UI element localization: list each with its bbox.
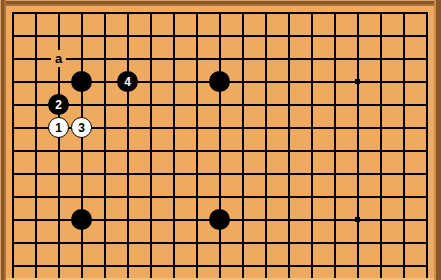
point-s9 <box>392 231 415 254</box>
point-p18 <box>323 24 346 47</box>
point-g13 <box>139 139 162 162</box>
point-h15 <box>162 93 185 116</box>
point-n14 <box>277 116 300 139</box>
point-h17 <box>162 47 185 70</box>
point-n17 <box>277 47 300 70</box>
point-q13 <box>346 139 369 162</box>
point-r9 <box>369 231 392 254</box>
point-b15 <box>24 93 47 116</box>
point-s8 <box>392 254 415 277</box>
point-f14 <box>116 116 139 139</box>
point-o15 <box>300 93 323 116</box>
point-e9 <box>93 231 116 254</box>
point-q12 <box>346 162 369 185</box>
point-k10 <box>208 208 231 231</box>
point-l14 <box>231 116 254 139</box>
point-b9 <box>24 231 47 254</box>
point-l13 <box>231 139 254 162</box>
point-s18 <box>392 24 415 47</box>
point-c13 <box>47 139 70 162</box>
point-k11 <box>208 185 231 208</box>
point-d15 <box>70 93 93 116</box>
point-d16 <box>70 70 93 93</box>
move-number: 4 <box>124 76 131 88</box>
point-h10 <box>162 208 185 231</box>
white-stone: 3 <box>71 117 92 138</box>
point-l12 <box>231 162 254 185</box>
point-d12 <box>70 162 93 185</box>
point-b13 <box>24 139 47 162</box>
point-l15 <box>231 93 254 116</box>
point-g11 <box>139 185 162 208</box>
point-r11 <box>369 185 392 208</box>
point-j18 <box>185 24 208 47</box>
point-g15 <box>139 93 162 116</box>
point-d8 <box>70 254 93 277</box>
point-l8 <box>231 254 254 277</box>
point-d17 <box>70 47 93 70</box>
point-k17 <box>208 47 231 70</box>
black-stone <box>71 71 92 92</box>
point-r14 <box>369 116 392 139</box>
point-q18 <box>346 24 369 47</box>
point-d11 <box>70 185 93 208</box>
move-number: 3 <box>78 122 85 134</box>
goban-grid: a4213 <box>1 1 438 280</box>
point-b16 <box>24 70 47 93</box>
point-c16 <box>47 70 70 93</box>
point-h8 <box>162 254 185 277</box>
point-p8 <box>323 254 346 277</box>
point-e16 <box>93 70 116 93</box>
point-n15 <box>277 93 300 116</box>
point-k12 <box>208 162 231 185</box>
point-p16 <box>323 70 346 93</box>
point-e18 <box>93 24 116 47</box>
point-s10 <box>392 208 415 231</box>
point-l16 <box>231 70 254 93</box>
point-c17: a <box>47 47 70 70</box>
point-c12 <box>47 162 70 185</box>
point-e10 <box>93 208 116 231</box>
point-b17 <box>24 47 47 70</box>
point-f17 <box>116 47 139 70</box>
point-e17 <box>93 47 116 70</box>
point-o18 <box>300 24 323 47</box>
black-stone <box>209 71 230 92</box>
point-h14 <box>162 116 185 139</box>
point-o14 <box>300 116 323 139</box>
point-r18 <box>369 24 392 47</box>
point-m11 <box>254 185 277 208</box>
point-e13 <box>93 139 116 162</box>
black-stone <box>209 209 230 230</box>
point-f13 <box>116 139 139 162</box>
point-g17 <box>139 47 162 70</box>
point-q17 <box>346 47 369 70</box>
point-c9 <box>47 231 70 254</box>
point-j10 <box>185 208 208 231</box>
point-r8 <box>369 254 392 277</box>
point-o17 <box>300 47 323 70</box>
point-g10 <box>139 208 162 231</box>
point-r10 <box>369 208 392 231</box>
point-c8 <box>47 254 70 277</box>
point-k18 <box>208 24 231 47</box>
point-j8 <box>185 254 208 277</box>
point-p12 <box>323 162 346 185</box>
point-f15 <box>116 93 139 116</box>
point-b11 <box>24 185 47 208</box>
white-stone: 1 <box>48 117 69 138</box>
point-n8 <box>277 254 300 277</box>
point-h13 <box>162 139 185 162</box>
point-p14 <box>323 116 346 139</box>
point-f16: 4 <box>116 70 139 93</box>
point-m10 <box>254 208 277 231</box>
point-j12 <box>185 162 208 185</box>
point-n10 <box>277 208 300 231</box>
point-f10 <box>116 208 139 231</box>
point-b10 <box>24 208 47 231</box>
point-n13 <box>277 139 300 162</box>
point-n11 <box>277 185 300 208</box>
point-b18 <box>24 24 47 47</box>
point-d18 <box>70 24 93 47</box>
point-g16 <box>139 70 162 93</box>
board-frame-top <box>0 0 441 6</box>
point-r15 <box>369 93 392 116</box>
point-o11 <box>300 185 323 208</box>
point-p17 <box>323 47 346 70</box>
point-q15 <box>346 93 369 116</box>
point-q11 <box>346 185 369 208</box>
point-b8 <box>24 254 47 277</box>
point-p10 <box>323 208 346 231</box>
point-c14: 1 <box>47 116 70 139</box>
point-j17 <box>185 47 208 70</box>
point-f9 <box>116 231 139 254</box>
point-q14 <box>346 116 369 139</box>
point-f8 <box>116 254 139 277</box>
point-m17 <box>254 47 277 70</box>
point-m9 <box>254 231 277 254</box>
board-frame-left <box>0 0 6 280</box>
point-n16 <box>277 70 300 93</box>
point-h9 <box>162 231 185 254</box>
point-e15 <box>93 93 116 116</box>
point-h16 <box>162 70 185 93</box>
point-k13 <box>208 139 231 162</box>
point-r17 <box>369 47 392 70</box>
point-k14 <box>208 116 231 139</box>
point-k9 <box>208 231 231 254</box>
point-d10 <box>70 208 93 231</box>
point-n18 <box>277 24 300 47</box>
point-l11 <box>231 185 254 208</box>
point-j13 <box>185 139 208 162</box>
point-label: a <box>51 50 66 67</box>
black-stone: 4 <box>117 71 138 92</box>
point-e8 <box>93 254 116 277</box>
point-g14 <box>139 116 162 139</box>
point-l18 <box>231 24 254 47</box>
point-m12 <box>254 162 277 185</box>
point-m14 <box>254 116 277 139</box>
point-s12 <box>392 162 415 185</box>
point-f11 <box>116 185 139 208</box>
point-n12 <box>277 162 300 185</box>
board-frame-right <box>434 0 441 280</box>
point-m13 <box>254 139 277 162</box>
point-m18 <box>254 24 277 47</box>
point-q10 <box>346 208 369 231</box>
point-d9 <box>70 231 93 254</box>
point-o16 <box>300 70 323 93</box>
point-h18 <box>162 24 185 47</box>
point-s13 <box>392 139 415 162</box>
point-p13 <box>323 139 346 162</box>
point-n9 <box>277 231 300 254</box>
star-point-icon <box>355 217 360 222</box>
go-board: a4213 <box>0 0 441 280</box>
point-k15 <box>208 93 231 116</box>
point-s15 <box>392 93 415 116</box>
go-diagram: a4213 <box>0 0 441 280</box>
point-q9 <box>346 231 369 254</box>
point-e14 <box>93 116 116 139</box>
point-s17 <box>392 47 415 70</box>
point-k16 <box>208 70 231 93</box>
point-h11 <box>162 185 185 208</box>
point-f18 <box>116 24 139 47</box>
point-g9 <box>139 231 162 254</box>
point-d14: 3 <box>70 116 93 139</box>
point-b12 <box>24 162 47 185</box>
move-number: 2 <box>55 99 62 111</box>
point-g8 <box>139 254 162 277</box>
point-s14 <box>392 116 415 139</box>
point-l17 <box>231 47 254 70</box>
point-p9 <box>323 231 346 254</box>
point-c10 <box>47 208 70 231</box>
point-k8 <box>208 254 231 277</box>
point-r12 <box>369 162 392 185</box>
point-l10 <box>231 208 254 231</box>
point-g12 <box>139 162 162 185</box>
point-d13 <box>70 139 93 162</box>
point-b14 <box>24 116 47 139</box>
point-f12 <box>116 162 139 185</box>
point-s11 <box>392 185 415 208</box>
point-e12 <box>93 162 116 185</box>
move-number: 1 <box>55 122 62 134</box>
point-o9 <box>300 231 323 254</box>
point-m15 <box>254 93 277 116</box>
point-o12 <box>300 162 323 185</box>
point-j14 <box>185 116 208 139</box>
point-o8 <box>300 254 323 277</box>
point-r13 <box>369 139 392 162</box>
point-j15 <box>185 93 208 116</box>
point-h12 <box>162 162 185 185</box>
point-s16 <box>392 70 415 93</box>
point-c18 <box>47 24 70 47</box>
point-j16 <box>185 70 208 93</box>
star-point-icon <box>355 79 360 84</box>
point-e11 <box>93 185 116 208</box>
point-o13 <box>300 139 323 162</box>
black-stone <box>71 209 92 230</box>
point-l9 <box>231 231 254 254</box>
point-q8 <box>346 254 369 277</box>
point-c15: 2 <box>47 93 70 116</box>
point-m16 <box>254 70 277 93</box>
point-j9 <box>185 231 208 254</box>
point-p15 <box>323 93 346 116</box>
point-o10 <box>300 208 323 231</box>
point-m8 <box>254 254 277 277</box>
point-p11 <box>323 185 346 208</box>
point-r16 <box>369 70 392 93</box>
black-stone: 2 <box>48 94 69 115</box>
point-g18 <box>139 24 162 47</box>
point-j11 <box>185 185 208 208</box>
point-q16 <box>346 70 369 93</box>
point-c11 <box>47 185 70 208</box>
